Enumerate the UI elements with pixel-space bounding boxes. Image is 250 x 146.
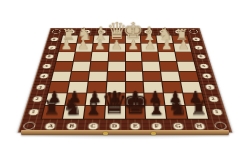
box-front-edge	[21, 130, 229, 135]
square-b2: ♟	[65, 93, 85, 105]
square-b6	[74, 52, 91, 61]
square-c7: ♟	[92, 44, 108, 52]
square-f4	[143, 71, 161, 81]
square-e4	[126, 71, 144, 81]
square-b4	[70, 71, 89, 81]
piece-black-pawn: ♟	[168, 89, 182, 105]
coord-label-file-f: F	[151, 122, 162, 129]
square-e2: ♟	[126, 93, 145, 105]
square-b1: ♞	[63, 106, 84, 119]
chess-board: ABCDEFGH ABCDEFGH 12345678 12345678 ♜♞♝♛…	[18, 28, 233, 132]
square-c8: ♝	[93, 35, 109, 43]
coord-label-rank-7: 7	[194, 46, 203, 50]
square-d4	[107, 71, 125, 81]
square-f2: ♟	[145, 93, 165, 105]
square-a1: ♜	[42, 106, 64, 119]
hinge-right-icon	[151, 132, 156, 135]
frame-corner-ornament	[189, 29, 199, 33]
frame-corner-ornament	[22, 122, 36, 130]
square-e1: ♚	[126, 106, 146, 119]
coord-label-file-e: E	[129, 30, 137, 34]
square-f5	[143, 61, 160, 70]
coord-label-file-c: C	[98, 30, 106, 34]
coord-label-rank-4: 4	[201, 74, 212, 79]
square-h6	[175, 52, 193, 61]
square-d7: ♟	[109, 44, 125, 52]
square-f6	[142, 52, 159, 61]
piece-black-pawn: ♟	[148, 89, 162, 105]
coord-label-file-b: B	[83, 30, 91, 34]
coord-label-rank-7: 7	[47, 46, 56, 50]
square-d6	[108, 52, 124, 61]
coord-label-file-c: C	[87, 122, 98, 129]
product-photo-scene: ABCDEFGH ABCDEFGH 12345678 12345678 ♜♞♝♛…	[0, 0, 250, 146]
square-c3	[87, 82, 106, 93]
square-f1: ♝	[146, 106, 167, 119]
coord-label-rank-2: 2	[31, 96, 43, 102]
coord-label-file-b: B	[66, 122, 78, 129]
hinge-left-icon	[103, 132, 108, 135]
coord-label-rank-8: 8	[49, 37, 58, 41]
square-a3	[48, 82, 68, 93]
square-g2: ♟	[164, 93, 184, 105]
square-a7: ♟	[59, 44, 76, 52]
coord-label-file-g: G	[172, 122, 184, 129]
square-d2: ♟	[106, 93, 125, 105]
coord-label-rank-5: 5	[198, 64, 208, 69]
square-e8: ♚	[125, 35, 140, 43]
coord-label-rank-8: 8	[191, 37, 200, 41]
coord-label-file-d: D	[109, 122, 120, 129]
piece-black-pawn: ♟	[68, 89, 82, 105]
square-h3	[181, 82, 201, 93]
file-labels-top: ABCDEFGH	[63, 29, 186, 34]
square-h4	[179, 71, 198, 81]
piece-black-pawn: ♟	[188, 89, 202, 105]
piece-black-rook: ♜	[43, 98, 61, 118]
piece-black-king: ♚	[122, 88, 149, 118]
square-f8: ♝	[141, 35, 157, 43]
board-squares-grid: ♜♞♝♛♚♝♞♜♟♟♟♟♟♟♟♟♟♟♟♟♟♟♟♟♜♞♝♛♚♝♞♜	[41, 35, 210, 119]
coord-label-rank-1: 1	[27, 108, 39, 115]
square-g5	[160, 61, 178, 70]
square-b5	[72, 61, 90, 70]
square-c6	[91, 52, 108, 61]
coord-label-rank-2: 2	[207, 96, 219, 102]
piece-black-rook: ♜	[189, 98, 207, 118]
piece-black-pawn: ♟	[128, 89, 142, 105]
square-f7: ♟	[142, 44, 158, 52]
coord-label-rank-3: 3	[204, 84, 215, 90]
square-h5	[177, 61, 196, 70]
square-f3	[144, 82, 163, 93]
square-g6	[159, 52, 176, 61]
square-c2: ♟	[85, 93, 105, 105]
square-d3	[106, 82, 124, 93]
coord-label-file-f: F	[144, 30, 152, 34]
coord-label-file-a: A	[44, 122, 56, 129]
square-h2: ♟	[183, 93, 204, 105]
coord-label-file-h: H	[193, 122, 205, 129]
square-a6	[57, 52, 75, 61]
square-c1: ♝	[84, 106, 105, 119]
square-b8: ♞	[77, 35, 93, 43]
square-g1: ♞	[166, 106, 187, 119]
coord-label-rank-6: 6	[196, 54, 206, 59]
coord-label-file-d: D	[113, 30, 121, 34]
coord-label-rank-1: 1	[211, 108, 223, 115]
square-d1: ♛	[105, 106, 125, 119]
square-a5	[54, 61, 73, 70]
square-h7: ♟	[174, 44, 191, 52]
square-e6	[125, 52, 141, 61]
square-a8: ♜	[61, 35, 78, 43]
square-d8: ♛	[109, 35, 124, 43]
square-e7: ♟	[125, 44, 141, 52]
frame-corner-ornament	[214, 122, 228, 130]
coord-label-file-a: A	[67, 30, 76, 34]
square-g3	[163, 82, 183, 93]
piece-black-queen: ♛	[101, 88, 128, 118]
coord-label-rank-4: 4	[38, 74, 49, 79]
square-g8: ♞	[157, 35, 173, 43]
square-e5	[125, 61, 142, 70]
coord-label-rank-6: 6	[44, 54, 54, 59]
piece-black-pawn: ♟	[48, 89, 62, 105]
square-g7: ♟	[158, 44, 175, 52]
square-e3	[126, 82, 144, 93]
square-b7: ♟	[76, 44, 93, 52]
piece-black-pawn: ♟	[88, 89, 102, 105]
square-c4	[88, 71, 106, 81]
frame-corner-ornament	[51, 29, 61, 33]
square-g4	[161, 71, 180, 81]
piece-black-pawn: ♟	[108, 89, 122, 105]
square-a2: ♟	[45, 93, 66, 105]
square-a4	[51, 71, 70, 81]
square-b3	[68, 82, 88, 93]
coord-label-file-g: G	[159, 30, 167, 34]
coord-label-file-h: H	[174, 30, 183, 34]
square-d5	[108, 61, 125, 70]
square-h1: ♜	[186, 106, 208, 119]
coord-label-file-e: E	[130, 122, 141, 129]
square-c5	[90, 61, 107, 70]
coord-label-rank-5: 5	[41, 64, 51, 69]
coord-label-rank-3: 3	[35, 84, 46, 90]
square-h8: ♜	[172, 35, 189, 43]
